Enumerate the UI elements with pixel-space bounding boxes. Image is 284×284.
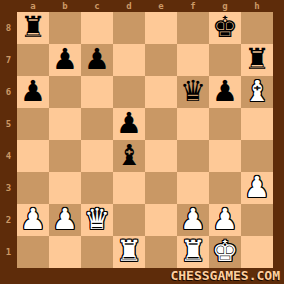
black-pawn-c7[interactable]: ♟ xyxy=(81,44,113,76)
square-f4[interactable] xyxy=(177,140,209,172)
square-b2[interactable]: ♟ xyxy=(49,204,81,236)
square-a3[interactable] xyxy=(17,172,49,204)
square-c4[interactable] xyxy=(81,140,113,172)
square-d7[interactable] xyxy=(113,44,145,76)
square-e5[interactable] xyxy=(145,108,177,140)
square-b7[interactable]: ♟ xyxy=(49,44,81,76)
white-pawn-h3[interactable]: ♟ xyxy=(241,172,273,204)
black-pawn-b7[interactable]: ♟ xyxy=(49,44,81,76)
square-b8[interactable] xyxy=(49,12,81,44)
square-g5[interactable] xyxy=(209,108,241,140)
square-g3[interactable] xyxy=(209,172,241,204)
square-d8[interactable] xyxy=(113,12,145,44)
square-g4[interactable] xyxy=(209,140,241,172)
file-label-f: f xyxy=(177,0,209,12)
square-e8[interactable] xyxy=(145,12,177,44)
square-a6[interactable]: ♟ xyxy=(17,76,49,108)
file-label-e: e xyxy=(145,0,177,12)
white-pawn-a2[interactable]: ♟ xyxy=(17,204,49,236)
square-f2[interactable]: ♟ xyxy=(177,204,209,236)
square-h8[interactable] xyxy=(241,12,273,44)
square-e2[interactable] xyxy=(145,204,177,236)
black-pawn-g6[interactable]: ♟ xyxy=(209,76,241,108)
square-h1[interactable] xyxy=(241,236,273,268)
square-b3[interactable] xyxy=(49,172,81,204)
square-b6[interactable] xyxy=(49,76,81,108)
square-f8[interactable] xyxy=(177,12,209,44)
square-h4[interactable] xyxy=(241,140,273,172)
square-d4[interactable]: ♝ xyxy=(113,140,145,172)
square-h3[interactable]: ♟ xyxy=(241,172,273,204)
file-label-h: h xyxy=(241,0,273,12)
file-label-c: c xyxy=(81,0,113,12)
rank-label-1: 1 xyxy=(0,236,17,268)
square-h7[interactable]: ♜ xyxy=(241,44,273,76)
square-f7[interactable] xyxy=(177,44,209,76)
black-queen-f6[interactable]: ♛ xyxy=(177,76,209,108)
rank-label-7: 7 xyxy=(0,44,17,76)
square-f1[interactable]: ♜ xyxy=(177,236,209,268)
square-b5[interactable] xyxy=(49,108,81,140)
square-f5[interactable] xyxy=(177,108,209,140)
square-d2[interactable] xyxy=(113,204,145,236)
square-d5[interactable]: ♟ xyxy=(113,108,145,140)
rank-label-2: 2 xyxy=(0,204,17,236)
square-c8[interactable] xyxy=(81,12,113,44)
square-a8[interactable]: ♜ xyxy=(17,12,49,44)
black-pawn-a6[interactable]: ♟ xyxy=(17,76,49,108)
square-e7[interactable] xyxy=(145,44,177,76)
square-d1[interactable]: ♜ xyxy=(113,236,145,268)
square-a7[interactable] xyxy=(17,44,49,76)
file-label-d: d xyxy=(113,0,145,12)
black-pawn-d5[interactable]: ♟ xyxy=(113,108,145,140)
black-rook-h7[interactable]: ♜ xyxy=(241,44,273,76)
white-pawn-b2[interactable]: ♟ xyxy=(49,204,81,236)
square-d6[interactable] xyxy=(113,76,145,108)
file-label-b: b xyxy=(49,0,81,12)
square-h5[interactable] xyxy=(241,108,273,140)
chessgames-watermark: CHESSGAMES.COM xyxy=(170,268,280,283)
square-c3[interactable] xyxy=(81,172,113,204)
square-e4[interactable] xyxy=(145,140,177,172)
white-queen-c2[interactable]: ♛ xyxy=(81,204,113,236)
white-bishop-h6[interactable]: ♝ xyxy=(241,76,273,108)
square-c7[interactable]: ♟ xyxy=(81,44,113,76)
white-rook-d1[interactable]: ♜ xyxy=(113,236,145,268)
square-g6[interactable]: ♟ xyxy=(209,76,241,108)
square-c6[interactable] xyxy=(81,76,113,108)
square-f6[interactable]: ♛ xyxy=(177,76,209,108)
square-b4[interactable] xyxy=(49,140,81,172)
rank-label-5: 5 xyxy=(0,108,17,140)
square-f3[interactable] xyxy=(177,172,209,204)
square-g1[interactable]: ♚ xyxy=(209,236,241,268)
white-pawn-g2[interactable]: ♟ xyxy=(209,204,241,236)
square-a2[interactable]: ♟ xyxy=(17,204,49,236)
black-king-g8[interactable]: ♚ xyxy=(209,12,241,44)
square-g2[interactable]: ♟ xyxy=(209,204,241,236)
square-b1[interactable] xyxy=(49,236,81,268)
black-rook-a8[interactable]: ♜ xyxy=(17,12,49,44)
square-h6[interactable]: ♝ xyxy=(241,76,273,108)
chess-board: ♜♚♟♟♜♟♛♟♝♟♝♟♟♟♛♟♟♜♜♚ xyxy=(17,12,273,268)
square-c1[interactable] xyxy=(81,236,113,268)
rank-label-4: 4 xyxy=(0,140,17,172)
square-g8[interactable]: ♚ xyxy=(209,12,241,44)
square-a1[interactable] xyxy=(17,236,49,268)
rank-labels: 87654321 xyxy=(0,12,17,268)
square-e6[interactable] xyxy=(145,76,177,108)
white-rook-f1[interactable]: ♜ xyxy=(177,236,209,268)
square-d3[interactable] xyxy=(113,172,145,204)
rank-label-8: 8 xyxy=(0,12,17,44)
square-a4[interactable] xyxy=(17,140,49,172)
square-a5[interactable] xyxy=(17,108,49,140)
white-king-g1[interactable]: ♚ xyxy=(209,236,241,268)
rank-label-3: 3 xyxy=(0,172,17,204)
square-c2[interactable]: ♛ xyxy=(81,204,113,236)
rank-label-6: 6 xyxy=(0,76,17,108)
square-g7[interactable] xyxy=(209,44,241,76)
square-c5[interactable] xyxy=(81,108,113,140)
square-e1[interactable] xyxy=(145,236,177,268)
chess-diagram: abcdefgh 87654321 ♜♚♟♟♜♟♛♟♝♟♝♟♟♟♛♟♟♜♜♚ C… xyxy=(0,0,284,284)
square-h2[interactable] xyxy=(241,204,273,236)
black-bishop-d4[interactable]: ♝ xyxy=(113,140,145,172)
white-pawn-f2[interactable]: ♟ xyxy=(177,204,209,236)
square-e3[interactable] xyxy=(145,172,177,204)
